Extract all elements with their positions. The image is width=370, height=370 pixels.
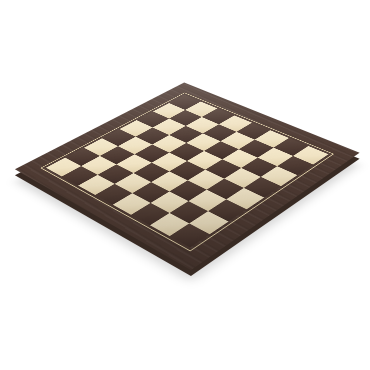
product-photo-stage bbox=[0, 0, 370, 370]
maple-inlay-line bbox=[40, 93, 334, 252]
chess-board bbox=[15, 82, 360, 270]
board-grid bbox=[46, 95, 329, 248]
